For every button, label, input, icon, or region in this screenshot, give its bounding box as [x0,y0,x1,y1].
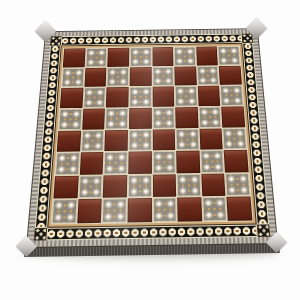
square-g4[interactable] [199,128,223,150]
square-e5[interactable] [152,107,175,128]
square-a7[interactable] [61,68,84,88]
square-c1[interactable] [102,199,127,223]
chess-board [27,29,277,247]
square-c7[interactable] [107,67,129,87]
square-d1[interactable] [127,198,151,222]
square-f2[interactable] [177,174,201,197]
square-b8[interactable] [85,48,107,67]
square-a1[interactable] [52,199,78,223]
square-c5[interactable] [105,108,128,129]
square-a5[interactable] [58,109,82,130]
square-g1[interactable] [202,197,227,221]
square-e8[interactable] [152,47,173,66]
square-e3[interactable] [152,151,175,173]
square-d8[interactable] [130,47,151,66]
square-b5[interactable] [82,108,105,129]
square-g5[interactable] [198,107,221,128]
band-corner-bottom-right [257,224,270,237]
square-a6[interactable] [60,88,83,108]
square-c2[interactable] [103,175,127,198]
square-b4[interactable] [81,130,105,152]
square-g3[interactable] [200,150,224,172]
square-e1[interactable] [153,198,177,222]
square-f8[interactable] [174,47,196,66]
square-d2[interactable] [128,174,152,197]
square-f3[interactable] [176,151,200,173]
square-c6[interactable] [106,87,128,107]
band-corner-top-right [242,34,253,43]
square-g8[interactable] [196,46,218,65]
square-e6[interactable] [152,87,174,107]
square-c4[interactable] [105,129,128,151]
square-d3[interactable] [128,151,151,173]
square-a8[interactable] [63,48,85,67]
square-d4[interactable] [128,129,151,151]
square-a4[interactable] [57,130,81,152]
band-corner-bottom-left [34,228,47,241]
square-c8[interactable] [107,48,129,67]
square-a2[interactable] [53,176,78,199]
square-f5[interactable] [175,107,198,128]
square-f6[interactable] [175,86,198,106]
square-h7[interactable] [219,65,242,85]
square-h5[interactable] [221,106,245,127]
square-h1[interactable] [227,197,253,221]
band-corner-top-left [50,36,61,45]
square-e7[interactable] [152,66,174,86]
square-e2[interactable] [152,174,176,197]
square-h2[interactable] [225,173,250,196]
square-f7[interactable] [174,66,196,86]
square-d5[interactable] [129,108,152,129]
square-g2[interactable] [201,173,226,196]
square-h3[interactable] [224,150,249,172]
square-f1[interactable] [177,198,202,222]
square-b1[interactable] [77,199,102,223]
square-h8[interactable] [218,46,240,65]
square-b3[interactable] [79,152,103,174]
square-h6[interactable] [220,86,243,106]
square-g6[interactable] [198,86,221,106]
square-b6[interactable] [83,88,106,108]
board-grid [51,45,254,224]
square-e4[interactable] [152,129,175,151]
square-a3[interactable] [55,152,80,174]
square-g7[interactable] [197,66,220,86]
photo-background [0,0,300,300]
square-d6[interactable] [129,87,151,107]
square-b2[interactable] [78,175,103,198]
square-b7[interactable] [84,67,106,87]
square-c3[interactable] [104,152,128,174]
square-d7[interactable] [130,67,152,87]
square-h4[interactable] [223,128,247,150]
square-f4[interactable] [176,128,199,150]
